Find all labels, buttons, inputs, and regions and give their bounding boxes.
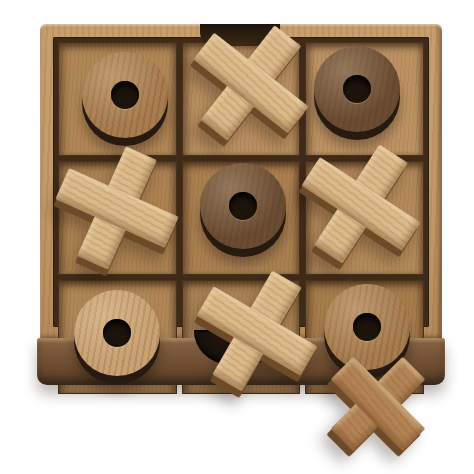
o-piece-r0c0[interactable]	[82, 52, 168, 138]
o-piece-r0c2[interactable]	[314, 46, 400, 132]
board-frame	[40, 24, 442, 340]
o-piece-hole	[111, 81, 139, 109]
o-piece-hole	[229, 192, 257, 220]
o-piece-hole	[343, 75, 371, 103]
tictactoe-grid	[53, 37, 429, 327]
cell-r0c0[interactable]	[59, 43, 176, 155]
product-photo	[0, 0, 474, 474]
cell-r0c1[interactable]	[183, 43, 300, 155]
x-piece-r1c0[interactable]	[43, 134, 191, 282]
cell-r1c0[interactable]	[59, 162, 176, 274]
game-board	[40, 24, 442, 385]
o-piece-r1c1[interactable]	[200, 163, 286, 249]
o-piece-r2c0[interactable]	[74, 290, 160, 376]
x-piece-off-board[interactable]	[310, 336, 446, 472]
cell-r1c2[interactable]	[306, 162, 423, 274]
o-piece-hole	[103, 319, 131, 347]
off-board-piece-slot	[330, 356, 426, 452]
cell-r0c2[interactable]	[306, 43, 423, 155]
